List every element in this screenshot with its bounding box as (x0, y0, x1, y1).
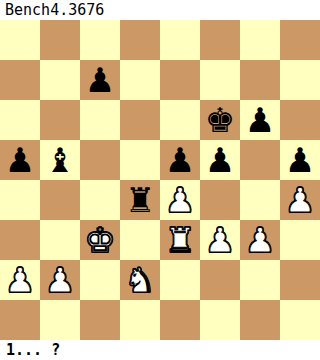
square-d5[interactable] (120, 140, 160, 180)
square-c7[interactable]: ♟ (80, 60, 120, 100)
square-e1[interactable] (160, 300, 200, 340)
square-b4[interactable] (40, 180, 80, 220)
square-a6[interactable] (0, 100, 40, 140)
piece-white-pawn[interactable]: ♟ (245, 220, 275, 260)
square-b3[interactable] (40, 220, 80, 260)
square-a7[interactable] (0, 60, 40, 100)
square-a5[interactable]: ♟ (0, 140, 40, 180)
square-g6[interactable]: ♟ (240, 100, 280, 140)
piece-black-pawn[interactable]: ♟ (285, 140, 315, 180)
square-g7[interactable] (240, 60, 280, 100)
square-e5[interactable]: ♟ (160, 140, 200, 180)
square-f4[interactable] (200, 180, 240, 220)
square-h5[interactable]: ♟ (280, 140, 320, 180)
piece-white-pawn[interactable]: ♟ (205, 220, 235, 260)
square-a8[interactable] (0, 20, 40, 60)
square-h8[interactable] (280, 20, 320, 60)
square-c5[interactable] (80, 140, 120, 180)
square-g1[interactable] (240, 300, 280, 340)
square-f6[interactable]: ♚ (200, 100, 240, 140)
square-h6[interactable] (280, 100, 320, 140)
square-a3[interactable] (0, 220, 40, 260)
square-h4[interactable]: ♟ (280, 180, 320, 220)
square-h2[interactable] (280, 260, 320, 300)
piece-white-pawn[interactable]: ♟ (165, 180, 195, 220)
square-f7[interactable] (200, 60, 240, 100)
piece-white-knight[interactable]: ♞ (125, 260, 155, 300)
square-d1[interactable] (120, 300, 160, 340)
square-d6[interactable] (120, 100, 160, 140)
square-h7[interactable] (280, 60, 320, 100)
piece-black-pawn[interactable]: ♟ (5, 140, 35, 180)
square-c6[interactable] (80, 100, 120, 140)
square-e2[interactable] (160, 260, 200, 300)
square-g2[interactable] (240, 260, 280, 300)
square-d4[interactable]: ♜ (120, 180, 160, 220)
square-b2[interactable]: ♟ (40, 260, 80, 300)
piece-white-pawn[interactable]: ♟ (5, 260, 35, 300)
move-prompt: 1... ? (0, 340, 320, 360)
square-g8[interactable] (240, 20, 280, 60)
square-f8[interactable] (200, 20, 240, 60)
piece-black-king[interactable]: ♚ (205, 100, 235, 140)
square-f5[interactable]: ♟ (200, 140, 240, 180)
piece-black-rook[interactable]: ♜ (125, 180, 155, 220)
piece-black-pawn[interactable]: ♟ (165, 140, 195, 180)
square-h3[interactable] (280, 220, 320, 260)
piece-black-bishop[interactable]: ♝ (45, 140, 75, 180)
piece-white-rook[interactable]: ♜ (165, 220, 195, 260)
square-d2[interactable]: ♞ (120, 260, 160, 300)
square-f1[interactable] (200, 300, 240, 340)
square-h1[interactable] (280, 300, 320, 340)
square-g3[interactable]: ♟ (240, 220, 280, 260)
square-a4[interactable] (0, 180, 40, 220)
square-c1[interactable] (80, 300, 120, 340)
square-c3[interactable]: ♚ (80, 220, 120, 260)
piece-white-king[interactable]: ♚ (85, 220, 115, 260)
square-a2[interactable]: ♟ (0, 260, 40, 300)
square-e3[interactable]: ♜ (160, 220, 200, 260)
square-f2[interactable] (200, 260, 240, 300)
square-b1[interactable] (40, 300, 80, 340)
square-b5[interactable]: ♝ (40, 140, 80, 180)
square-c8[interactable] (80, 20, 120, 60)
square-e8[interactable] (160, 20, 200, 60)
square-d3[interactable] (120, 220, 160, 260)
square-d7[interactable] (120, 60, 160, 100)
square-d8[interactable] (120, 20, 160, 60)
square-a1[interactable] (0, 300, 40, 340)
square-b7[interactable] (40, 60, 80, 100)
chess-diagram-window: Bench4.3676 ♟♚♟♟♝♟♟♟♜♟♟♚♜♟♟♟♟♞ 1... ? (0, 0, 320, 360)
square-e4[interactable]: ♟ (160, 180, 200, 220)
square-g5[interactable] (240, 140, 280, 180)
diagram-title: Bench4.3676 (0, 0, 320, 20)
chess-board: ♟♚♟♟♝♟♟♟♜♟♟♚♜♟♟♟♟♞ (0, 20, 320, 340)
square-e6[interactable] (160, 100, 200, 140)
square-g4[interactable] (240, 180, 280, 220)
square-f3[interactable]: ♟ (200, 220, 240, 260)
piece-white-pawn[interactable]: ♟ (45, 260, 75, 300)
square-b8[interactable] (40, 20, 80, 60)
piece-white-pawn[interactable]: ♟ (285, 180, 315, 220)
square-c2[interactable] (80, 260, 120, 300)
square-c4[interactable] (80, 180, 120, 220)
piece-black-pawn[interactable]: ♟ (245, 100, 275, 140)
piece-black-pawn[interactable]: ♟ (85, 60, 115, 100)
square-b6[interactable] (40, 100, 80, 140)
square-e7[interactable] (160, 60, 200, 100)
piece-black-pawn[interactable]: ♟ (205, 140, 235, 180)
